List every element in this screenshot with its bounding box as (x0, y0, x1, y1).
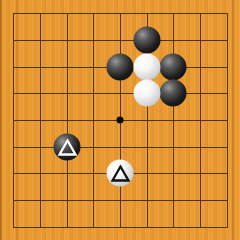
stone-black-triangle (54, 134, 81, 161)
wood-grain-band (0, 0, 2, 240)
grid-line-horizontal (13, 227, 228, 228)
stone-white (134, 54, 161, 81)
star-point (117, 117, 124, 124)
grid-line-horizontal (13, 147, 228, 148)
wood-grain-band (232, 0, 234, 240)
triangle-mark (110, 164, 130, 182)
stone-white (134, 80, 161, 107)
stone-white-triangle (107, 160, 134, 187)
grid-line-vertical (227, 13, 228, 228)
triangle-mark (57, 138, 77, 156)
stone-black (160, 80, 187, 107)
grid-line-vertical (200, 13, 201, 228)
stone-black (160, 54, 187, 81)
grid-line-horizontal (13, 200, 228, 201)
stone-black (134, 27, 161, 54)
stone-black (107, 54, 134, 81)
grid-line-vertical (173, 13, 174, 228)
go-board[interactable] (0, 0, 240, 240)
